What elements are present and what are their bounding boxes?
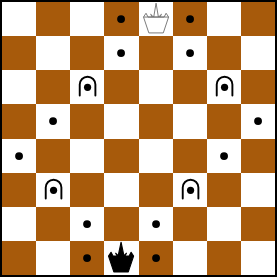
square-e5[interactable]: [139, 104, 173, 138]
square-d7[interactable]: [104, 36, 138, 70]
square-d5[interactable]: [104, 104, 138, 138]
square-b7[interactable]: [36, 36, 70, 70]
move-dot-icon: [173, 36, 207, 70]
square-e7[interactable]: [139, 36, 173, 70]
jump-arch-icon: [36, 173, 70, 207]
square-g6[interactable]: [207, 70, 241, 104]
square-e8[interactable]: [139, 2, 173, 36]
square-f2[interactable]: [173, 207, 207, 241]
square-d4[interactable]: [104, 139, 138, 173]
square-e4[interactable]: [139, 139, 173, 173]
square-a5[interactable]: [2, 104, 36, 138]
square-a4[interactable]: [2, 139, 36, 173]
square-h7[interactable]: [241, 36, 275, 70]
move-dot-icon: [241, 104, 275, 138]
square-d3[interactable]: [104, 173, 138, 207]
square-g1[interactable]: [207, 241, 241, 275]
square-h6[interactable]: [241, 70, 275, 104]
square-g7[interactable]: [207, 36, 241, 70]
black-fairy-piece: [104, 241, 138, 275]
square-b6[interactable]: [36, 70, 70, 104]
square-d6[interactable]: [104, 70, 138, 104]
square-c5[interactable]: [70, 104, 104, 138]
square-a2[interactable]: [2, 207, 36, 241]
move-dot-icon: [173, 2, 207, 36]
square-d8[interactable]: [104, 2, 138, 36]
square-b4[interactable]: [36, 139, 70, 173]
square-h1[interactable]: [241, 241, 275, 275]
white-fairy-piece: [139, 2, 173, 36]
square-e3[interactable]: [139, 173, 173, 207]
square-a7[interactable]: [2, 36, 36, 70]
move-dot-icon: [104, 36, 138, 70]
square-b3[interactable]: [36, 173, 70, 207]
move-dot-icon: [36, 104, 70, 138]
move-dot-icon: [70, 241, 104, 275]
square-c3[interactable]: [70, 173, 104, 207]
board: [0, 0, 277, 277]
square-f4[interactable]: [173, 139, 207, 173]
square-b2[interactable]: [36, 207, 70, 241]
square-b5[interactable]: [36, 104, 70, 138]
square-e1[interactable]: [139, 241, 173, 275]
jump-arch-icon: [207, 70, 241, 104]
square-g4[interactable]: [207, 139, 241, 173]
square-d1[interactable]: [104, 241, 138, 275]
square-g2[interactable]: [207, 207, 241, 241]
square-f7[interactable]: [173, 36, 207, 70]
square-e2[interactable]: [139, 207, 173, 241]
square-f3[interactable]: [173, 173, 207, 207]
square-g5[interactable]: [207, 104, 241, 138]
square-c7[interactable]: [70, 36, 104, 70]
square-h3[interactable]: [241, 173, 275, 207]
square-h5[interactable]: [241, 104, 275, 138]
square-c1[interactable]: [70, 241, 104, 275]
square-a1[interactable]: [2, 241, 36, 275]
move-dot-icon: [70, 207, 104, 241]
move-dot-icon: [104, 2, 138, 36]
square-a3[interactable]: [2, 173, 36, 207]
square-g3[interactable]: [207, 173, 241, 207]
move-dot-icon: [139, 207, 173, 241]
square-d2[interactable]: [104, 207, 138, 241]
square-c8[interactable]: [70, 2, 104, 36]
square-e6[interactable]: [139, 70, 173, 104]
square-a8[interactable]: [2, 2, 36, 36]
square-f6[interactable]: [173, 70, 207, 104]
square-h4[interactable]: [241, 139, 275, 173]
square-f5[interactable]: [173, 104, 207, 138]
square-f1[interactable]: [173, 241, 207, 275]
square-c6[interactable]: [70, 70, 104, 104]
square-h2[interactable]: [241, 207, 275, 241]
square-g8[interactable]: [207, 2, 241, 36]
square-c4[interactable]: [70, 139, 104, 173]
move-dot-icon: [139, 241, 173, 275]
square-h8[interactable]: [241, 2, 275, 36]
square-a6[interactable]: [2, 70, 36, 104]
square-f8[interactable]: [173, 2, 207, 36]
move-dot-icon: [2, 139, 36, 173]
jump-arch-icon: [70, 70, 104, 104]
square-b1[interactable]: [36, 241, 70, 275]
move-dot-icon: [207, 139, 241, 173]
square-c2[interactable]: [70, 207, 104, 241]
jump-arch-icon: [173, 173, 207, 207]
square-b8[interactable]: [36, 2, 70, 36]
